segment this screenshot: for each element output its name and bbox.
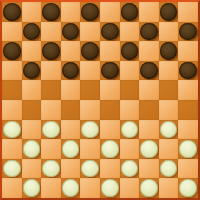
square-r9-c4 <box>80 178 100 198</box>
square-r6-c3 <box>61 120 81 140</box>
square-r7-c7[interactable] <box>139 139 159 159</box>
square-r3-c5[interactable] <box>100 61 120 81</box>
square-r3-c0 <box>2 61 22 81</box>
dark-piece[interactable] <box>62 62 80 80</box>
dark-piece[interactable] <box>23 23 41 41</box>
square-r4-c9 <box>178 80 198 100</box>
light-piece[interactable] <box>101 140 119 158</box>
light-piece[interactable] <box>121 121 139 139</box>
square-r0-c7 <box>139 2 159 22</box>
square-r8-c8[interactable] <box>159 159 179 179</box>
light-piece[interactable] <box>81 121 99 139</box>
square-r5-c0 <box>2 100 22 120</box>
square-r3-c6 <box>120 61 140 81</box>
light-piece[interactable] <box>81 160 99 178</box>
square-r0-c8[interactable] <box>159 2 179 22</box>
light-piece[interactable] <box>62 179 80 197</box>
dark-piece[interactable] <box>160 42 178 60</box>
light-piece[interactable] <box>3 160 21 178</box>
square-r8-c3 <box>61 159 81 179</box>
dark-piece[interactable] <box>140 62 158 80</box>
square-r9-c5[interactable] <box>100 178 120 198</box>
square-r9-c3[interactable] <box>61 178 81 198</box>
square-r2-c3 <box>61 41 81 61</box>
light-piece[interactable] <box>42 121 60 139</box>
square-r9-c8 <box>159 178 179 198</box>
light-piece[interactable] <box>62 140 80 158</box>
light-piece[interactable] <box>160 160 178 178</box>
square-r2-c7 <box>139 41 159 61</box>
dark-piece[interactable] <box>179 23 197 41</box>
square-r1-c1[interactable] <box>22 22 42 42</box>
square-r8-c7 <box>139 159 159 179</box>
square-r0-c2[interactable] <box>41 2 61 22</box>
square-r6-c4[interactable] <box>80 120 100 140</box>
square-r2-c0[interactable] <box>2 41 22 61</box>
square-r5-c4 <box>80 100 100 120</box>
square-r8-c0[interactable] <box>2 159 22 179</box>
square-r4-c2[interactable] <box>41 80 61 100</box>
square-r9-c0 <box>2 178 22 198</box>
square-r2-c8[interactable] <box>159 41 179 61</box>
square-r8-c2[interactable] <box>41 159 61 179</box>
square-r0-c3 <box>61 2 81 22</box>
light-piece[interactable] <box>140 140 158 158</box>
square-r1-c8 <box>159 22 179 42</box>
square-r6-c2[interactable] <box>41 120 61 140</box>
square-r7-c4 <box>80 139 100 159</box>
square-r2-c5 <box>100 41 120 61</box>
square-r1-c0 <box>2 22 22 42</box>
dark-piece[interactable] <box>3 3 21 21</box>
light-piece[interactable] <box>23 179 41 197</box>
square-r6-c1 <box>22 120 42 140</box>
light-piece[interactable] <box>140 179 158 197</box>
square-r1-c2 <box>41 22 61 42</box>
square-r0-c9 <box>178 2 198 22</box>
square-r6-c6[interactable] <box>120 120 140 140</box>
square-r5-c1[interactable] <box>22 100 42 120</box>
dark-piece[interactable] <box>42 3 60 21</box>
draughts-board <box>2 2 198 198</box>
square-r7-c6 <box>120 139 140 159</box>
square-r0-c0[interactable] <box>2 2 22 22</box>
dark-piece[interactable] <box>121 42 139 60</box>
square-r7-c3[interactable] <box>61 139 81 159</box>
light-piece[interactable] <box>101 179 119 197</box>
square-r6-c9 <box>178 120 198 140</box>
square-r0-c6[interactable] <box>120 2 140 22</box>
square-r7-c8 <box>159 139 179 159</box>
square-r3-c8 <box>159 61 179 81</box>
dark-piece[interactable] <box>179 62 197 80</box>
square-r8-c6[interactable] <box>120 159 140 179</box>
square-r2-c4[interactable] <box>80 41 100 61</box>
light-piece[interactable] <box>179 179 197 197</box>
square-r7-c2 <box>41 139 61 159</box>
square-r9-c6 <box>120 178 140 198</box>
square-r8-c1 <box>22 159 42 179</box>
square-r6-c7 <box>139 120 159 140</box>
square-r3-c3[interactable] <box>61 61 81 81</box>
square-r5-c8 <box>159 100 179 120</box>
square-r7-c5[interactable] <box>100 139 120 159</box>
square-r1-c5[interactable] <box>100 22 120 42</box>
square-r3-c9[interactable] <box>178 61 198 81</box>
dark-piece[interactable] <box>121 3 139 21</box>
square-r1-c3[interactable] <box>61 22 81 42</box>
square-r4-c5 <box>100 80 120 100</box>
square-r8-c5 <box>100 159 120 179</box>
square-r8-c4[interactable] <box>80 159 100 179</box>
dark-piece[interactable] <box>101 23 119 41</box>
square-r6-c5 <box>100 120 120 140</box>
square-r2-c1 <box>22 41 42 61</box>
square-r3-c1[interactable] <box>22 61 42 81</box>
square-r4-c1 <box>22 80 42 100</box>
square-r9-c9[interactable] <box>178 178 198 198</box>
square-r4-c6[interactable] <box>120 80 140 100</box>
square-r3-c2 <box>41 61 61 81</box>
square-r5-c5[interactable] <box>100 100 120 120</box>
square-r6-c0[interactable] <box>2 120 22 140</box>
square-r6-c8[interactable] <box>159 120 179 140</box>
square-r7-c1[interactable] <box>22 139 42 159</box>
square-r4-c0[interactable] <box>2 80 22 100</box>
square-r3-c4 <box>80 61 100 81</box>
square-r5-c6 <box>120 100 140 120</box>
square-r2-c9 <box>178 41 198 61</box>
square-r5-c9[interactable] <box>178 100 198 120</box>
square-r1-c9[interactable] <box>178 22 198 42</box>
square-r4-c4[interactable] <box>80 80 100 100</box>
dark-piece[interactable] <box>81 42 99 60</box>
square-r9-c1[interactable] <box>22 178 42 198</box>
square-r9-c7[interactable] <box>139 178 159 198</box>
square-r7-c9[interactable] <box>178 139 198 159</box>
square-r7-c0 <box>2 139 22 159</box>
square-r0-c5 <box>100 2 120 22</box>
square-r8-c9 <box>178 159 198 179</box>
square-r2-c2[interactable] <box>41 41 61 61</box>
dark-piece[interactable] <box>101 62 119 80</box>
dark-piece[interactable] <box>23 62 41 80</box>
square-r9-c2 <box>41 178 61 198</box>
dark-piece[interactable] <box>140 23 158 41</box>
board-frame <box>0 0 200 200</box>
square-r1-c4 <box>80 22 100 42</box>
light-piece[interactable] <box>160 121 178 139</box>
dark-piece[interactable] <box>3 42 21 60</box>
square-r1-c6 <box>120 22 140 42</box>
square-r1-c7[interactable] <box>139 22 159 42</box>
square-r0-c4[interactable] <box>80 2 100 22</box>
square-r4-c8[interactable] <box>159 80 179 100</box>
dark-piece[interactable] <box>42 42 60 60</box>
square-r4-c3 <box>61 80 81 100</box>
square-r4-c7 <box>139 80 159 100</box>
dark-piece[interactable] <box>160 3 178 21</box>
dark-piece[interactable] <box>62 23 80 41</box>
light-piece[interactable] <box>179 140 197 158</box>
light-piece[interactable] <box>3 121 21 139</box>
square-r5-c7[interactable] <box>139 100 159 120</box>
square-r5-c3[interactable] <box>61 100 81 120</box>
light-piece[interactable] <box>23 140 41 158</box>
square-r5-c2 <box>41 100 61 120</box>
dark-piece[interactable] <box>81 3 99 21</box>
light-piece[interactable] <box>42 160 60 178</box>
light-piece[interactable] <box>121 160 139 178</box>
square-r3-c7[interactable] <box>139 61 159 81</box>
square-r2-c6[interactable] <box>120 41 140 61</box>
square-r0-c1 <box>22 2 42 22</box>
